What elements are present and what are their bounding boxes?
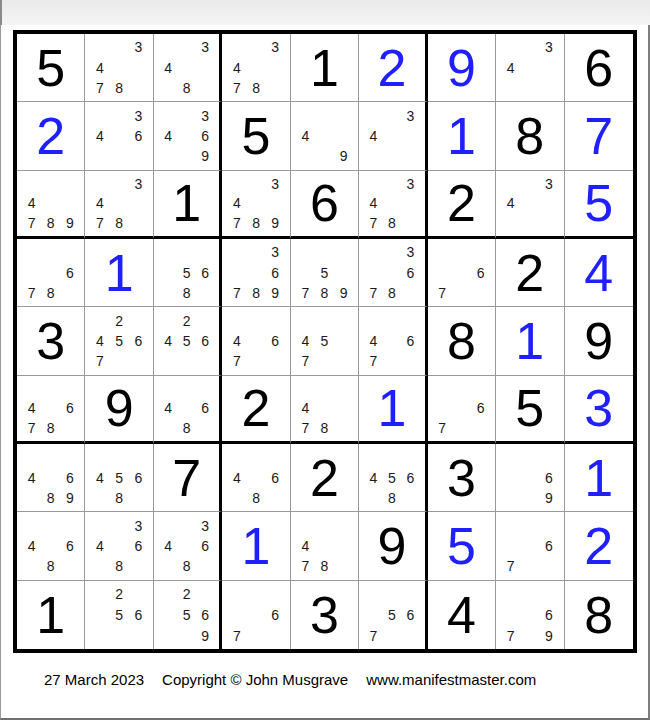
- solved-digit: 1: [584, 452, 613, 504]
- candidate-empty: [266, 584, 285, 605]
- candidate-empty: [334, 398, 353, 418]
- candidate-empty: [520, 174, 539, 194]
- cell-r7c6[interactable]: 4568: [359, 444, 427, 512]
- candidate-3: 3: [129, 105, 148, 125]
- cell-r4c9[interactable]: 4: [565, 239, 633, 307]
- cell-r6c6[interactable]: 1: [359, 376, 427, 444]
- candidate-empty: [41, 174, 60, 194]
- cell-r6c3[interactable]: 468: [154, 376, 222, 444]
- candidate-grid: 3478: [222, 34, 289, 101]
- candidate-empty: [501, 174, 520, 194]
- solved-digit: 1: [377, 382, 406, 434]
- cell-r5c5[interactable]: 457: [291, 307, 359, 375]
- given-digit: 2: [310, 452, 339, 504]
- candidate-empty: [266, 351, 285, 371]
- candidate-empty: [129, 310, 148, 330]
- candidate-2: 2: [110, 584, 129, 605]
- cell-r2c5[interactable]: 49: [291, 102, 359, 170]
- candidate-empty: [334, 105, 353, 125]
- candidate-empty: [539, 447, 558, 467]
- cell-r3c5[interactable]: 6: [291, 171, 359, 239]
- candidate-7: 7: [227, 213, 246, 233]
- cell-r9c4[interactable]: 67: [222, 581, 290, 649]
- candidate-empty: [110, 447, 129, 467]
- cell-r4c6[interactable]: 3678: [359, 239, 427, 307]
- cell-r1c4[interactable]: 3478: [222, 34, 290, 102]
- candidate-empty: [334, 351, 353, 371]
- given-digit: 6: [310, 177, 339, 229]
- solved-digit: 1: [105, 247, 134, 299]
- candidate-5: 5: [383, 467, 401, 487]
- cell-r1c6[interactable]: 2: [359, 34, 427, 102]
- cell-r9c1[interactable]: 1: [17, 581, 85, 649]
- candidate-grid: 679: [496, 581, 563, 649]
- candidate-grid: 4789: [17, 171, 84, 236]
- candidate-7: 7: [296, 283, 315, 303]
- candidate-empty: [177, 37, 195, 57]
- candidate-8: 8: [246, 78, 265, 98]
- cell-r3c7[interactable]: 2: [428, 171, 496, 239]
- candidate-2: 2: [110, 310, 129, 330]
- cell-r3c6[interactable]: 3478: [359, 171, 427, 239]
- candidate-empty: [334, 556, 353, 576]
- candidate-empty: [401, 625, 419, 646]
- candidate-empty: [246, 447, 265, 467]
- cell-r7c7[interactable]: 3: [428, 444, 496, 512]
- candidate-grid: 49: [291, 102, 358, 169]
- candidate-empty: [315, 105, 334, 125]
- candidate-empty: [520, 213, 539, 233]
- cell-r8c7[interactable]: 5: [428, 512, 496, 580]
- candidate-grid: 67: [496, 512, 563, 579]
- candidate-6: 6: [196, 126, 214, 146]
- cell-r2c2[interactable]: 346: [85, 102, 153, 170]
- candidate-empty: [41, 193, 60, 213]
- candidate-empty: [539, 584, 558, 605]
- candidate-5: 5: [177, 331, 195, 351]
- candidate-empty: [159, 105, 177, 125]
- cell-r7c8[interactable]: 69: [496, 444, 564, 512]
- candidate-empty: [364, 604, 382, 625]
- cell-r9c3[interactable]: 2569: [154, 581, 222, 649]
- candidate-empty: [196, 242, 214, 262]
- solved-digit: 7: [584, 110, 613, 162]
- candidate-empty: [110, 174, 129, 194]
- given-digit: 3: [310, 589, 339, 641]
- candidate-8: 8: [383, 213, 401, 233]
- candidate-empty: [110, 625, 129, 646]
- candidate-grid: 457: [291, 307, 358, 374]
- candidate-empty: [401, 310, 419, 330]
- candidate-8: 8: [177, 418, 195, 438]
- candidate-empty: [41, 467, 60, 487]
- candidate-4: 4: [90, 467, 109, 487]
- cell-r3c8[interactable]: 34: [496, 171, 564, 239]
- cell-r1c9[interactable]: 6: [565, 34, 633, 102]
- candidate-7: 7: [227, 283, 246, 303]
- candidate-6: 6: [129, 467, 148, 487]
- candidate-empty: [471, 242, 490, 262]
- candidate-3: 3: [129, 37, 148, 57]
- candidate-empty: [520, 625, 539, 646]
- cell-r8c4[interactable]: 1: [222, 512, 290, 580]
- candidate-empty: [22, 379, 41, 399]
- candidate-empty: [246, 193, 265, 213]
- cell-r2c7[interactable]: 1: [428, 102, 496, 170]
- given-digit: 5: [515, 382, 544, 434]
- candidate-9: 9: [539, 625, 558, 646]
- candidate-empty: [246, 467, 265, 487]
- candidate-empty: [364, 146, 382, 166]
- cell-r2c3[interactable]: 3469: [154, 102, 222, 170]
- cell-r2c8[interactable]: 8: [496, 102, 564, 170]
- window-top-bar: [0, 0, 650, 25]
- cell-r9c2[interactable]: 256: [85, 581, 153, 649]
- candidate-5: 5: [315, 262, 334, 282]
- cell-r5c1[interactable]: 3: [17, 307, 85, 375]
- cell-r7c2[interactable]: 4568: [85, 444, 153, 512]
- cell-r5c2[interactable]: 24567: [85, 307, 153, 375]
- candidate-empty: [110, 37, 129, 57]
- cell-r4c2[interactable]: 1: [85, 239, 153, 307]
- cell-r9c8[interactable]: 679: [496, 581, 564, 649]
- candidate-empty: [177, 126, 195, 146]
- candidate-empty: [129, 488, 148, 508]
- candidate-empty: [334, 379, 353, 399]
- candidate-empty: [401, 283, 419, 303]
- candidate-empty: [401, 488, 419, 508]
- candidate-empty: [334, 536, 353, 556]
- candidate-8: 8: [315, 283, 334, 303]
- solved-digit: 9: [447, 42, 476, 94]
- candidate-empty: [227, 262, 246, 282]
- candidate-empty: [315, 379, 334, 399]
- cell-r6c8[interactable]: 5: [496, 376, 564, 444]
- candidate-4: 4: [90, 57, 109, 77]
- candidate-empty: [129, 625, 148, 646]
- candidate-7: 7: [227, 78, 246, 98]
- cell-r1c1[interactable]: 5: [17, 34, 85, 102]
- candidate-empty: [452, 242, 471, 262]
- cell-r3c4[interactable]: 34789: [222, 171, 290, 239]
- candidate-empty: [401, 213, 419, 233]
- candidate-empty: [315, 398, 334, 418]
- candidate-empty: [90, 310, 109, 330]
- candidate-4: 4: [227, 467, 246, 487]
- candidate-empty: [364, 262, 382, 282]
- given-digit: 5: [242, 110, 271, 162]
- candidate-empty: [110, 105, 129, 125]
- candidate-empty: [227, 37, 246, 57]
- cell-r9c6[interactable]: 567: [359, 581, 427, 649]
- candidate-3: 3: [196, 515, 214, 535]
- candidate-empty: [315, 310, 334, 330]
- candidate-empty: [90, 146, 109, 166]
- cell-r3c3[interactable]: 1: [154, 171, 222, 239]
- solved-digit: 1: [515, 315, 544, 367]
- candidate-4: 4: [364, 467, 382, 487]
- candidate-8: 8: [177, 283, 195, 303]
- given-digit: 9: [584, 315, 613, 367]
- candidate-4: 4: [501, 57, 520, 77]
- candidate-3: 3: [539, 37, 558, 57]
- candidate-empty: [246, 57, 265, 77]
- candidate-9: 9: [539, 488, 558, 508]
- candidate-empty: [159, 584, 177, 605]
- candidate-4: 4: [227, 331, 246, 351]
- given-digit: 9: [105, 382, 134, 434]
- candidate-2: 2: [177, 310, 195, 330]
- candidate-grid: 468: [222, 444, 289, 511]
- candidate-6: 6: [266, 262, 285, 282]
- candidate-empty: [246, 310, 265, 330]
- candidate-4: 4: [159, 398, 177, 418]
- candidate-3: 3: [401, 242, 419, 262]
- candidate-empty: [196, 351, 214, 371]
- candidate-6: 6: [129, 331, 148, 351]
- cell-r9c7[interactable]: 4: [428, 581, 496, 649]
- cell-r4c3[interactable]: 568: [154, 239, 222, 307]
- candidate-empty: [520, 536, 539, 556]
- candidate-grid: 678: [17, 239, 84, 306]
- candidate-empty: [129, 57, 148, 77]
- candidate-4: 4: [159, 57, 177, 77]
- candidate-empty: [401, 146, 419, 166]
- cell-r8c9[interactable]: 2: [565, 512, 633, 580]
- candidate-empty: [401, 126, 419, 146]
- solved-digit: 1: [242, 520, 271, 572]
- candidate-empty: [227, 488, 246, 508]
- candidate-6: 6: [196, 331, 214, 351]
- candidate-empty: [129, 213, 148, 233]
- cell-r2c9[interactable]: 7: [565, 102, 633, 170]
- cell-r9c9[interactable]: 8: [565, 581, 633, 649]
- candidate-7: 7: [501, 625, 520, 646]
- candidate-4: 4: [22, 467, 41, 487]
- candidate-7: 7: [296, 351, 315, 371]
- cell-r8c5[interactable]: 478: [291, 512, 359, 580]
- candidate-empty: [315, 126, 334, 146]
- candidate-empty: [520, 78, 539, 98]
- cell-r4c5[interactable]: 5789: [291, 239, 359, 307]
- candidate-empty: [177, 625, 195, 646]
- candidate-empty: [177, 515, 195, 535]
- candidate-empty: [296, 310, 315, 330]
- candidate-empty: [266, 488, 285, 508]
- candidate-empty: [539, 213, 558, 233]
- candidate-empty: [41, 242, 60, 262]
- cell-r6c7[interactable]: 67: [428, 376, 496, 444]
- candidate-6: 6: [60, 536, 79, 556]
- candidate-empty: [539, 57, 558, 77]
- candidate-8: 8: [315, 418, 334, 438]
- candidate-empty: [177, 379, 195, 399]
- candidate-empty: [334, 242, 353, 262]
- cell-r3c9[interactable]: 5: [565, 171, 633, 239]
- candidate-grid: 3468: [85, 512, 152, 579]
- candidate-6: 6: [196, 262, 214, 282]
- solved-digit: 1: [447, 110, 476, 162]
- solved-digit: 5: [584, 177, 613, 229]
- candidate-empty: [401, 447, 419, 467]
- cell-r7c5[interactable]: 2: [291, 444, 359, 512]
- candidate-empty: [296, 146, 315, 166]
- cell-r7c4[interactable]: 468: [222, 444, 290, 512]
- candidate-4: 4: [22, 398, 41, 418]
- candidate-8: 8: [41, 488, 60, 508]
- cell-r5c9[interactable]: 9: [565, 307, 633, 375]
- candidate-empty: [60, 418, 79, 438]
- candidate-empty: [60, 447, 79, 467]
- cell-r8c3[interactable]: 3468: [154, 512, 222, 580]
- candidate-6: 6: [539, 604, 558, 625]
- solved-digit: 2: [377, 42, 406, 94]
- candidate-6: 6: [539, 467, 558, 487]
- cell-r6c9[interactable]: 3: [565, 376, 633, 444]
- candidate-empty: [539, 556, 558, 576]
- candidate-empty: [334, 515, 353, 535]
- cell-r1c7[interactable]: 9: [428, 34, 496, 102]
- candidate-9: 9: [334, 146, 353, 166]
- candidate-grid: 34: [359, 102, 424, 169]
- candidate-empty: [22, 174, 41, 194]
- candidate-grid: 34: [496, 34, 563, 101]
- candidate-empty: [520, 467, 539, 487]
- cell-r7c3[interactable]: 7: [154, 444, 222, 512]
- candidate-empty: [501, 488, 520, 508]
- candidate-7: 7: [296, 556, 315, 576]
- candidate-empty: [246, 331, 265, 351]
- candidate-grid: 24567: [85, 307, 152, 374]
- cell-r3c1[interactable]: 4789: [17, 171, 85, 239]
- candidate-4: 4: [296, 398, 315, 418]
- cell-r3c2[interactable]: 3478: [85, 171, 153, 239]
- cell-r6c2[interactable]: 9: [85, 376, 153, 444]
- cell-r6c4[interactable]: 2: [222, 376, 290, 444]
- cell-r1c5[interactable]: 1: [291, 34, 359, 102]
- candidate-empty: [159, 262, 177, 282]
- candidate-empty: [383, 447, 401, 467]
- candidate-empty: [501, 515, 520, 535]
- candidate-empty: [383, 105, 401, 125]
- candidate-4: 4: [296, 331, 315, 351]
- cell-r2c4[interactable]: 5: [222, 102, 290, 170]
- candidate-empty: [246, 242, 265, 262]
- candidate-empty: [129, 146, 148, 166]
- candidate-empty: [433, 379, 452, 399]
- cell-r8c6[interactable]: 9: [359, 512, 427, 580]
- candidate-empty: [90, 584, 109, 605]
- given-digit: 3: [36, 315, 65, 367]
- candidate-empty: [520, 488, 539, 508]
- cell-r5c8[interactable]: 1: [496, 307, 564, 375]
- cell-r1c8[interactable]: 34: [496, 34, 564, 102]
- cell-r8c8[interactable]: 67: [496, 512, 564, 580]
- candidate-grid: 2456: [154, 307, 219, 374]
- candidate-empty: [266, 310, 285, 330]
- candidate-empty: [196, 556, 214, 576]
- cell-r4c1[interactable]: 678: [17, 239, 85, 307]
- cell-r6c5[interactable]: 478: [291, 376, 359, 444]
- candidate-empty: [433, 242, 452, 262]
- candidate-grid: 34: [496, 171, 563, 236]
- candidate-7: 7: [22, 283, 41, 303]
- candidate-7: 7: [90, 78, 109, 98]
- candidate-empty: [501, 584, 520, 605]
- cell-r8c1[interactable]: 468: [17, 512, 85, 580]
- cell-r8c2[interactable]: 3468: [85, 512, 153, 580]
- cell-r9c5[interactable]: 3: [291, 581, 359, 649]
- candidate-empty: [129, 447, 148, 467]
- cell-r5c4[interactable]: 467: [222, 307, 290, 375]
- cell-r7c1[interactable]: 4689: [17, 444, 85, 512]
- candidate-empty: [433, 398, 452, 418]
- cell-r4c8[interactable]: 2: [496, 239, 564, 307]
- candidate-3: 3: [266, 242, 285, 262]
- given-digit: 2: [242, 382, 271, 434]
- candidate-6: 6: [401, 467, 419, 487]
- cell-r1c3[interactable]: 348: [154, 34, 222, 102]
- candidate-empty: [227, 174, 246, 194]
- candidate-7: 7: [501, 556, 520, 576]
- candidate-empty: [90, 604, 109, 625]
- candidate-empty: [296, 515, 315, 535]
- candidate-5: 5: [315, 331, 334, 351]
- candidate-empty: [364, 242, 382, 262]
- candidate-empty: [266, 78, 285, 98]
- candidate-8: 8: [110, 78, 129, 98]
- candidate-6: 6: [539, 536, 558, 556]
- candidate-empty: [159, 625, 177, 646]
- candidate-7: 7: [227, 351, 246, 371]
- candidate-empty: [159, 310, 177, 330]
- candidate-empty: [364, 584, 382, 605]
- candidate-empty: [22, 242, 41, 262]
- solved-digit: 4: [584, 247, 613, 299]
- candidate-empty: [177, 57, 195, 77]
- cell-r2c6[interactable]: 34: [359, 102, 427, 170]
- cell-r7c9[interactable]: 1: [565, 444, 633, 512]
- candidate-empty: [22, 556, 41, 576]
- cell-r2c1[interactable]: 2: [17, 102, 85, 170]
- candidate-empty: [22, 515, 41, 535]
- cell-r5c6[interactable]: 467: [359, 307, 427, 375]
- cell-r1c2[interactable]: 3478: [85, 34, 153, 102]
- candidate-empty: [364, 488, 382, 508]
- candidate-empty: [452, 262, 471, 282]
- candidate-empty: [383, 146, 401, 166]
- candidate-empty: [334, 310, 353, 330]
- candidate-empty: [315, 536, 334, 556]
- cell-r4c4[interactable]: 36789: [222, 239, 290, 307]
- cell-r5c7[interactable]: 8: [428, 307, 496, 375]
- candidate-empty: [401, 193, 419, 213]
- candidate-empty: [159, 418, 177, 438]
- sudoku-grid: 5347834834781293462346346954934187478934…: [13, 30, 637, 653]
- candidate-empty: [266, 57, 285, 77]
- candidate-4: 4: [364, 331, 382, 351]
- candidate-empty: [520, 515, 539, 535]
- candidate-empty: [315, 242, 334, 262]
- candidate-4: 4: [227, 57, 246, 77]
- cell-r4c7[interactable]: 67: [428, 239, 496, 307]
- candidate-empty: [159, 283, 177, 303]
- cell-r6c1[interactable]: 4678: [17, 376, 85, 444]
- candidate-empty: [401, 584, 419, 605]
- candidate-grid: 468: [154, 376, 219, 441]
- candidate-3: 3: [401, 174, 419, 194]
- cell-r5c3[interactable]: 2456: [154, 307, 222, 375]
